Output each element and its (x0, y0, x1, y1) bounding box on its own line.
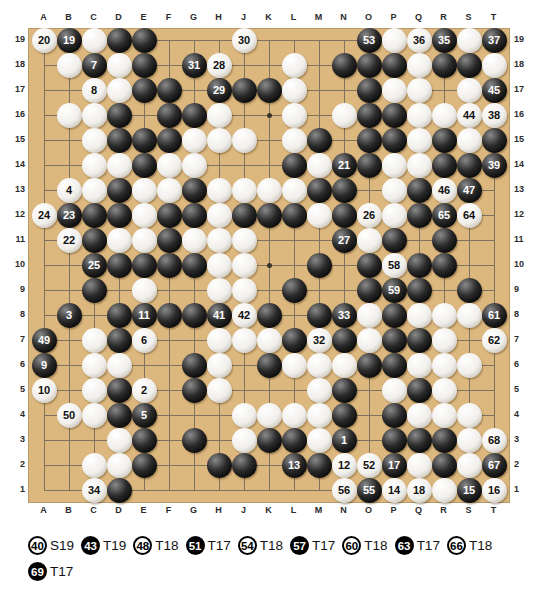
black-stone-S1: 15 (457, 478, 482, 503)
white-stone-C7 (82, 328, 107, 353)
black-stone-J12 (232, 203, 257, 228)
white-stone-F14 (157, 153, 182, 178)
column-label-G: G (181, 505, 206, 515)
black-stone-L3 (282, 428, 307, 453)
white-stone-L13 (282, 178, 307, 203)
row-label-3: 3 (514, 434, 532, 444)
white-stone-A12: 24 (32, 203, 57, 228)
white-stone-O7 (357, 328, 382, 353)
black-stone-O14 (357, 153, 382, 178)
row-label-1: 1 (514, 484, 532, 494)
row-label-6: 6 (7, 359, 25, 369)
white-stone-D6 (107, 353, 132, 378)
white-stone-H11 (207, 228, 232, 253)
white-stone-Q18 (407, 53, 432, 78)
white-stone-P1: 14 (382, 478, 407, 503)
white-stone-R6 (432, 353, 457, 378)
black-stone-Q13 (407, 178, 432, 203)
column-label-Q: Q (406, 505, 431, 515)
white-stone-N1: 56 (332, 478, 357, 503)
move-coordinate: S19 (50, 538, 74, 553)
row-label-15: 15 (514, 134, 532, 144)
white-stone-M6 (307, 353, 332, 378)
row-label-16: 16 (514, 109, 532, 119)
white-stone-E11 (132, 228, 157, 253)
column-label-M: M (306, 505, 331, 515)
black-stone-E2 (132, 453, 157, 478)
black-stone-S13: 47 (457, 178, 482, 203)
column-label-P: P (381, 12, 406, 22)
white-stone-H9 (207, 278, 232, 303)
white-stone-O12: 26 (357, 203, 382, 228)
column-label-K: K (256, 12, 281, 22)
white-stone-S19 (457, 28, 482, 53)
white-stone-C16 (82, 103, 107, 128)
black-stone-M8 (307, 303, 332, 328)
white-stone-B4: 50 (57, 403, 82, 428)
black-stone-E15 (132, 128, 157, 153)
column-label-Q: Q (406, 12, 431, 22)
white-stone-K7 (257, 328, 282, 353)
black-stone-P4 (382, 403, 407, 428)
move-coordinate: T17 (417, 538, 440, 553)
black-stone-D16 (107, 103, 132, 128)
white-stone-T1: 16 (482, 478, 507, 503)
move-coordinate: T18 (155, 538, 178, 553)
black-stone-P9: 59 (382, 278, 407, 303)
row-label-17: 17 (7, 84, 25, 94)
black-stone-P15 (382, 128, 407, 153)
black-stone-F10 (157, 253, 182, 278)
row-label-12: 12 (7, 209, 25, 219)
row-label-2: 2 (514, 459, 532, 469)
white-stone-J15 (232, 128, 257, 153)
black-stone-O9 (357, 278, 382, 303)
row-label-16: 16 (7, 109, 25, 119)
white-stone-J7 (232, 328, 257, 353)
column-label-L: L (281, 12, 306, 22)
move-annotation-66: 66T18 (447, 536, 492, 555)
black-stone-R11 (432, 228, 457, 253)
white-stone-C6 (82, 353, 107, 378)
black-stone-N3: 1 (332, 428, 357, 453)
move-number-badge: 43 (81, 536, 100, 555)
column-label-R: R (431, 12, 456, 22)
black-stone-N8: 33 (332, 303, 357, 328)
row-label-11: 11 (514, 234, 532, 244)
white-stone-K4 (257, 403, 282, 428)
white-stone-S2 (457, 453, 482, 478)
white-stone-D17 (107, 78, 132, 103)
white-stone-L15 (282, 128, 307, 153)
row-label-10: 10 (514, 259, 532, 269)
black-stone-K8 (257, 303, 282, 328)
row-label-4: 4 (514, 409, 532, 419)
row-label-15: 15 (7, 134, 25, 144)
white-stone-S12: 64 (457, 203, 482, 228)
white-stone-Q8 (407, 303, 432, 328)
black-stone-E3 (132, 428, 157, 453)
white-stone-N6 (332, 353, 357, 378)
black-stone-N5 (332, 378, 357, 403)
black-stone-B19: 19 (57, 28, 82, 53)
black-stone-Q7 (407, 328, 432, 353)
white-stone-C15 (82, 128, 107, 153)
black-stone-K17 (257, 78, 282, 103)
black-stone-D19 (107, 28, 132, 53)
white-stone-L6 (282, 353, 307, 378)
black-stone-K12 (257, 203, 282, 228)
black-stone-R3 (432, 428, 457, 453)
go-game-diagram: ABCDEFGHJKLMNOPQRST ABCDEFGHJKLMNOPQRST … (0, 0, 540, 603)
star-point-K10 (267, 263, 272, 268)
black-stone-M10 (307, 253, 332, 278)
white-stone-Q19: 36 (407, 28, 432, 53)
white-stone-J8: 42 (232, 303, 257, 328)
column-label-E: E (131, 505, 156, 515)
white-stone-P5 (382, 378, 407, 403)
white-stone-H7 (207, 328, 232, 353)
row-label-4: 4 (7, 409, 25, 419)
column-label-C: C (81, 12, 106, 22)
black-stone-K3 (257, 428, 282, 453)
move-annotations: 40S1943T1948T1851T1754T1857T1760T1863T17… (28, 536, 528, 588)
white-stone-H5 (207, 378, 232, 403)
white-stone-D3 (107, 428, 132, 453)
column-label-B: B (56, 12, 81, 22)
move-annotation-51: 51T17 (186, 536, 231, 555)
black-stone-G10 (182, 253, 207, 278)
row-label-8: 8 (514, 309, 532, 319)
black-stone-O16 (357, 103, 382, 128)
star-point-K16 (267, 113, 272, 118)
row-label-6: 6 (514, 359, 532, 369)
move-coordinate: T17 (50, 564, 73, 579)
black-stone-A6: 9 (32, 353, 57, 378)
black-stone-R19: 35 (432, 28, 457, 53)
white-stone-D2 (107, 453, 132, 478)
white-stone-O8 (357, 303, 382, 328)
white-stone-Q17 (407, 78, 432, 103)
black-stone-D7 (107, 328, 132, 353)
black-stone-G5 (182, 378, 207, 403)
white-stone-G11 (182, 228, 207, 253)
move-coordinate: T17 (312, 538, 335, 553)
white-stone-H12 (207, 203, 232, 228)
black-stone-D10 (107, 253, 132, 278)
black-stone-T15 (482, 128, 507, 153)
column-label-O: O (356, 505, 381, 515)
white-stone-A19: 20 (32, 28, 57, 53)
row-label-7: 7 (7, 334, 25, 344)
white-stone-L4 (282, 403, 307, 428)
column-label-O: O (356, 12, 381, 22)
row-label-2: 2 (7, 459, 25, 469)
black-stone-P8 (382, 303, 407, 328)
black-stone-T17: 45 (482, 78, 507, 103)
white-stone-E7: 6 (132, 328, 157, 353)
white-stone-T16: 38 (482, 103, 507, 128)
column-label-D: D (106, 12, 131, 22)
white-stone-O2: 52 (357, 453, 382, 478)
row-label-18: 18 (7, 59, 25, 69)
white-stone-J11 (232, 228, 257, 253)
column-label-J: J (231, 505, 256, 515)
move-annotation-69: 69T17 (28, 562, 73, 581)
white-stone-Q14 (407, 153, 432, 178)
move-annotation-57: 57T17 (290, 536, 335, 555)
black-stone-N4 (332, 403, 357, 428)
black-stone-H8: 41 (207, 303, 232, 328)
white-stone-P10: 58 (382, 253, 407, 278)
black-stone-Q9 (407, 278, 432, 303)
black-stone-N12 (332, 203, 357, 228)
white-stone-S17 (457, 78, 482, 103)
white-stone-D18 (107, 53, 132, 78)
white-stone-K13 (257, 178, 282, 203)
move-number-badge: 40 (28, 536, 47, 555)
black-stone-Q3 (407, 428, 432, 453)
black-stone-P2: 17 (382, 453, 407, 478)
white-stone-H15 (207, 128, 232, 153)
black-stone-S18 (457, 53, 482, 78)
black-stone-D5 (107, 378, 132, 403)
move-coordinate: T18 (469, 538, 492, 553)
move-number-badge: 60 (342, 536, 361, 555)
black-stone-C11 (82, 228, 107, 253)
white-stone-B11: 22 (57, 228, 82, 253)
black-stone-F15 (157, 128, 182, 153)
row-label-10: 10 (7, 259, 25, 269)
column-label-A: A (31, 505, 56, 515)
black-stone-L9 (282, 278, 307, 303)
black-stone-O19: 53 (357, 28, 382, 53)
white-stone-R7 (432, 328, 457, 353)
row-label-7: 7 (514, 334, 532, 344)
black-stone-H17: 29 (207, 78, 232, 103)
white-stone-L17 (282, 78, 307, 103)
black-stone-O18 (357, 53, 382, 78)
black-stone-M15 (307, 128, 332, 153)
black-stone-R14 (432, 153, 457, 178)
row-label-11: 11 (7, 234, 25, 244)
black-stone-T19: 37 (482, 28, 507, 53)
move-coordinate: T18 (364, 538, 387, 553)
black-stone-D12 (107, 203, 132, 228)
move-coordinate: T18 (260, 538, 283, 553)
black-stone-H2 (207, 453, 232, 478)
white-stone-J10 (232, 253, 257, 278)
white-stone-G14 (182, 153, 207, 178)
white-stone-S16: 44 (457, 103, 482, 128)
white-stone-S8 (457, 303, 482, 328)
white-stone-C19 (82, 28, 107, 53)
black-stone-L2: 13 (282, 453, 307, 478)
black-stone-D1 (107, 478, 132, 503)
white-stone-E9 (132, 278, 157, 303)
black-stone-Q5 (407, 378, 432, 403)
row-label-18: 18 (514, 59, 532, 69)
white-stone-J9 (232, 278, 257, 303)
annotation-line: 69T17 (28, 562, 528, 581)
black-stone-C18: 7 (82, 53, 107, 78)
black-stone-E10 (132, 253, 157, 278)
white-stone-S6 (457, 353, 482, 378)
white-stone-C17: 8 (82, 78, 107, 103)
column-label-M: M (306, 12, 331, 22)
white-stone-O11 (357, 228, 382, 253)
row-label-3: 3 (7, 434, 25, 444)
white-stone-N16 (332, 103, 357, 128)
column-label-K: K (256, 505, 281, 515)
black-stone-P6 (382, 353, 407, 378)
move-number-badge: 54 (238, 536, 257, 555)
row-label-19: 19 (514, 34, 532, 44)
black-stone-L7 (282, 328, 307, 353)
black-stone-F11 (157, 228, 182, 253)
black-stone-P3 (382, 428, 407, 453)
column-label-R: R (431, 505, 456, 515)
white-stone-Q1: 18 (407, 478, 432, 503)
black-stone-G18: 31 (182, 53, 207, 78)
column-label-H: H (206, 505, 231, 515)
white-stone-P14 (382, 153, 407, 178)
black-stone-G6 (182, 353, 207, 378)
white-stone-P12 (382, 203, 407, 228)
black-stone-E19 (132, 28, 157, 53)
white-stone-H16 (207, 103, 232, 128)
column-label-F: F (156, 505, 181, 515)
row-label-19: 19 (7, 34, 25, 44)
white-stone-T7: 62 (482, 328, 507, 353)
white-stone-P17 (382, 78, 407, 103)
white-stone-Q16 (407, 103, 432, 128)
white-stone-Q2 (407, 453, 432, 478)
white-stone-Q6 (407, 353, 432, 378)
black-stone-P11 (382, 228, 407, 253)
row-label-8: 8 (7, 309, 25, 319)
move-number-badge: 63 (395, 536, 414, 555)
white-stone-C4 (82, 403, 107, 428)
black-stone-L14 (282, 153, 307, 178)
white-stone-T18 (482, 53, 507, 78)
white-stone-C14 (82, 153, 107, 178)
move-number-badge: 51 (186, 536, 205, 555)
row-label-9: 9 (7, 284, 25, 294)
move-annotation-43: 43T19 (81, 536, 126, 555)
white-stone-C5 (82, 378, 107, 403)
white-stone-T3: 68 (482, 428, 507, 453)
row-label-14: 14 (7, 159, 25, 169)
white-stone-J4 (232, 403, 257, 428)
move-coordinate: T19 (103, 538, 126, 553)
white-stone-S4 (457, 403, 482, 428)
white-stone-M12 (307, 203, 332, 228)
white-stone-Q4 (407, 403, 432, 428)
black-stone-R15 (432, 128, 457, 153)
white-stone-R1 (432, 478, 457, 503)
row-label-14: 14 (514, 159, 532, 169)
white-stone-B13: 4 (57, 178, 82, 203)
white-stone-J13 (232, 178, 257, 203)
row-label-1: 1 (7, 484, 25, 494)
white-stone-H13 (207, 178, 232, 203)
row-label-13: 13 (7, 184, 25, 194)
column-label-T: T (481, 12, 506, 22)
column-label-N: N (331, 505, 356, 515)
black-stone-O1: 55 (357, 478, 382, 503)
white-stone-M5 (307, 378, 332, 403)
black-stone-N13 (332, 178, 357, 203)
black-stone-N11: 27 (332, 228, 357, 253)
black-stone-F8 (157, 303, 182, 328)
annotation-line: 40S1943T1948T1851T1754T1857T1760T1863T17… (28, 536, 528, 555)
column-label-S: S (456, 12, 481, 22)
black-stone-L12 (282, 203, 307, 228)
column-label-N: N (331, 12, 356, 22)
goban: 2019305336353773128829454438213944647242… (28, 28, 510, 503)
black-stone-T2: 67 (482, 453, 507, 478)
white-stone-H10 (207, 253, 232, 278)
white-stone-N2: 12 (332, 453, 357, 478)
white-stone-R5 (432, 378, 457, 403)
column-label-E: E (131, 12, 156, 22)
white-stone-D11 (107, 228, 132, 253)
black-stone-R12: 65 (432, 203, 457, 228)
row-label-13: 13 (514, 184, 532, 194)
black-stone-A7: 49 (32, 328, 57, 353)
row-label-5: 5 (7, 384, 25, 394)
column-label-L: L (281, 505, 306, 515)
black-stone-T8: 61 (482, 303, 507, 328)
white-stone-P19 (382, 28, 407, 53)
black-stone-E8: 11 (132, 303, 157, 328)
white-stone-R4 (432, 403, 457, 428)
white-stone-S3 (457, 428, 482, 453)
black-stone-P16 (382, 103, 407, 128)
white-stone-C2 (82, 453, 107, 478)
white-stone-B16 (57, 103, 82, 128)
column-label-P: P (381, 505, 406, 515)
black-stone-S14 (457, 153, 482, 178)
row-label-9: 9 (514, 284, 532, 294)
black-stone-G8 (182, 303, 207, 328)
black-stone-G12 (182, 203, 207, 228)
white-stone-R8 (432, 303, 457, 328)
black-stone-Q12 (407, 203, 432, 228)
move-annotation-40: 40S19 (28, 536, 74, 555)
black-stone-S9 (457, 278, 482, 303)
white-stone-F13 (157, 178, 182, 203)
black-stone-G13 (182, 178, 207, 203)
white-stone-A5: 10 (32, 378, 57, 403)
black-stone-R2 (432, 453, 457, 478)
black-stone-D15 (107, 128, 132, 153)
black-stone-M2 (307, 453, 332, 478)
black-stone-B8: 3 (57, 303, 82, 328)
row-label-5: 5 (514, 384, 532, 394)
black-stone-P7 (382, 328, 407, 353)
move-annotation-48: 48T18 (133, 536, 178, 555)
move-number-badge: 57 (290, 536, 309, 555)
white-stone-J19: 30 (232, 28, 257, 53)
column-label-B: B (56, 505, 81, 515)
black-stone-F17 (157, 78, 182, 103)
column-label-H: H (206, 12, 231, 22)
move-annotation-54: 54T18 (238, 536, 283, 555)
white-stone-C13 (82, 178, 107, 203)
black-stone-E17 (132, 78, 157, 103)
